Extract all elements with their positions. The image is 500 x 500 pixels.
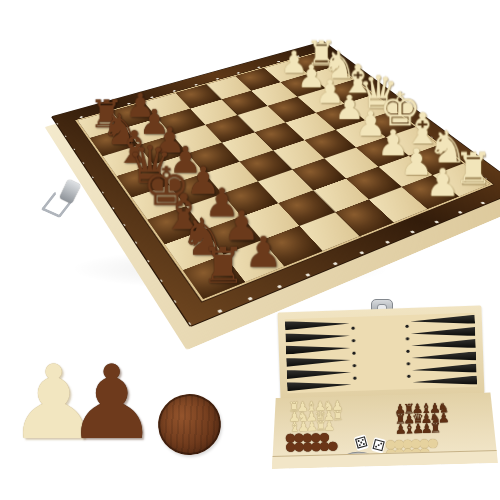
piece-wQ: ♛ — [358, 72, 398, 115]
backgammon-point — [286, 356, 351, 367]
square-r2c5 — [221, 91, 268, 116]
piece-wP: ♟ — [425, 165, 459, 201]
piece-wP: ♟ — [315, 77, 344, 108]
backgammon-point — [411, 339, 476, 350]
chessboard-3d: ♜♟♟♜♞♟♟♞♝♟♟♝♛♟♟♛♚♟♟♚♝♟♟♝♞♟♟♞♜♟♟♜ — [51, 41, 500, 327]
backgammon-board — [285, 313, 477, 394]
square-r5c5 — [273, 140, 325, 170]
piece-wN: ♞ — [322, 47, 356, 83]
square-r3c7: ♟ — [297, 88, 345, 113]
piece-wB: ♝ — [341, 61, 376, 98]
dark-checkers-tray: ●●●●●●●●●●● — [285, 432, 336, 451]
light-checkers-tray: ●●●●●●●●●●● — [385, 439, 436, 458]
die-2: ⚂ — [371, 437, 386, 454]
piece-wR: ♜ — [306, 37, 337, 70]
backgammon-point — [287, 380, 352, 391]
backgammon-bar — [349, 315, 412, 391]
piece-wR: ♜ — [454, 148, 492, 189]
backgammon-point — [411, 351, 476, 362]
square-r2c8: ♞ — [308, 66, 354, 88]
piece-wP: ♟ — [280, 48, 307, 77]
square-r1c3 — [144, 93, 190, 118]
square-r1c8: ♜ — [291, 53, 335, 74]
piece-bP: ♟ — [245, 232, 283, 272]
box-lid — [278, 305, 485, 400]
dark-pieces-tray: ♟♜♟♝♟♞♜♟♛♟♞♟♟♝♟♟♜ — [394, 403, 447, 434]
backgammon-point — [410, 315, 475, 326]
square-r4c8: ♛ — [345, 95, 394, 120]
light-pieces-tray: ♜♟♝♟♞♟♟♞♟♛♟♜♝♟♟♜♟ — [288, 401, 341, 432]
square-r3c8: ♝ — [326, 80, 373, 104]
backgammon-point — [285, 319, 350, 330]
backgammon-point — [412, 376, 477, 387]
square-r2c6 — [251, 82, 297, 106]
display-pawn-dark: ♟ — [66, 352, 154, 454]
backgammon-point — [412, 363, 477, 374]
square-r3c6 — [268, 97, 316, 122]
backgammon-points-left — [285, 317, 352, 393]
box-base: ♜♟♝♟♞♟♟♞♟♛♟♜♝♟♟♜♟ ♟♜♟♝♟♞♜♟♛♟♞♟♟♝♟♟♜ ●●●●… — [270, 392, 498, 469]
square-r1c5 — [206, 76, 251, 99]
metal-emblem-icon — [344, 451, 373, 465]
square-r4c7: ♟ — [316, 104, 365, 130]
product-photo: ♜♟♟♜♞♟♟♞♝♟♟♝♛♟♟♛♚♟♟♚♝♟♟♝♞♟♟♞♜♟♟♜ ♜♟♝♟♞♟♟… — [0, 0, 500, 500]
display-checker-dark — [155, 391, 224, 458]
backgammon-point — [286, 343, 351, 354]
square-r3c4 — [205, 115, 254, 142]
square-r1c7: ♟ — [264, 60, 308, 82]
chessboard: ♜♟♟♜♞♟♟♞♝♟♟♝♛♟♟♛♚♟♟♚♝♟♟♝♞♟♟♞♜♟♟♜ — [51, 41, 500, 327]
backgammon-points-right — [410, 313, 477, 389]
piece-bR: ♜ — [201, 242, 246, 289]
piece-wP: ♟ — [297, 62, 325, 92]
square-r1c4 — [175, 84, 221, 108]
chessboard-scene: ♜♟♟♜♞♟♟♞♝♟♟♝♛♟♟♛♚♟♟♚♝♟♟♝♞♟♟♞♜♟♟♜ — [100, 0, 445, 323]
backgammon-point — [411, 327, 476, 338]
square-r1c6 — [235, 68, 280, 91]
die-1: ⚄ — [354, 434, 369, 451]
tray-row: ●●●●●● — [285, 441, 336, 451]
piece-bP: ♟ — [126, 90, 156, 122]
square-r4c6 — [286, 113, 336, 140]
square-r2c4 — [190, 99, 237, 125]
square-r5c6 — [304, 130, 356, 159]
backgammon-point — [287, 368, 352, 379]
square-r3c5 — [237, 106, 285, 132]
backgammon-dots-left — [350, 322, 356, 388]
dice: ⚄ ⚂ — [355, 434, 384, 451]
square-r4c5 — [254, 122, 304, 150]
backgammon-point — [285, 331, 350, 342]
piece-wP: ♟ — [334, 92, 364, 124]
backgammon-dots-right — [405, 320, 411, 386]
square-r2c7: ♟ — [280, 74, 326, 97]
